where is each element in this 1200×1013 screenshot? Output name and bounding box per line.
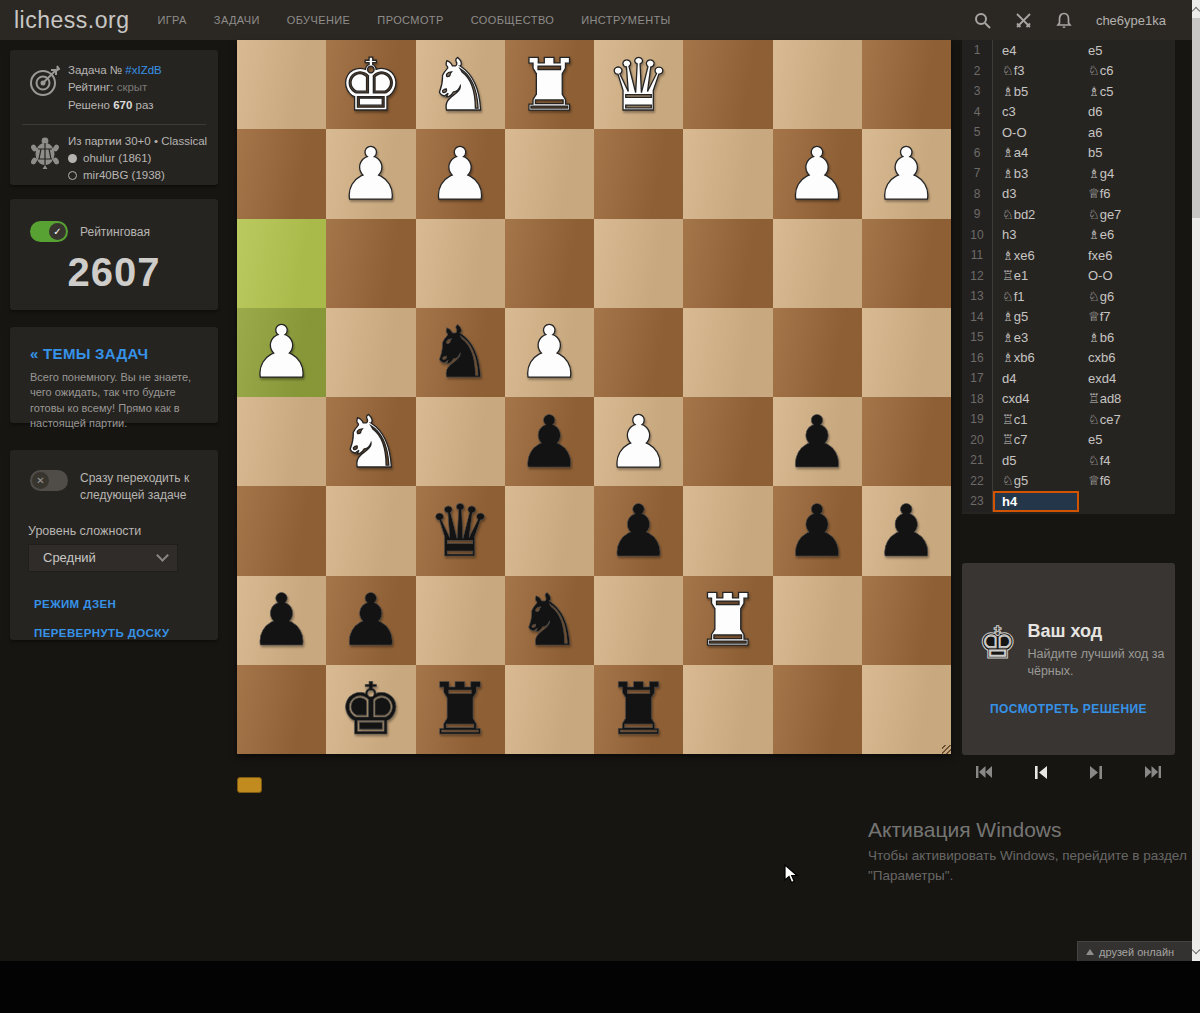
- move-black-3[interactable]: ♗c5: [1079, 81, 1165, 102]
- move-white-8[interactable]: d3: [993, 184, 1079, 205]
- first-move-button[interactable]: [976, 765, 992, 779]
- move-white-15[interactable]: ♗e3: [993, 327, 1079, 348]
- white-pawn[interactable]: ♟: [874, 138, 939, 210]
- black-pawn[interactable]: ♟: [249, 584, 314, 656]
- friends-online-bar[interactable]: друзей онлайн: [1077, 941, 1193, 961]
- puzzle-info-box: Задача № #xIZdB Рейтинг: скрыт Решено 67…: [10, 50, 218, 185]
- nav-item-learn[interactable]: ОБУЧЕНИЕ: [287, 14, 351, 26]
- nav-item-community[interactable]: СООБЩЕСТВО: [471, 14, 555, 26]
- move-row: 2♘f3♘c6: [962, 61, 1175, 82]
- move-white-23[interactable]: h4: [993, 491, 1079, 512]
- black-knight[interactable]: ♞: [428, 316, 493, 388]
- square-d8[interactable]: ♜: [594, 665, 683, 754]
- crossed-swords-icon[interactable]: [1015, 12, 1032, 29]
- move-row: 21d5♘f4: [962, 450, 1175, 471]
- auto-next-toggle[interactable]: ✕: [30, 470, 68, 491]
- move-number: 22: [962, 471, 993, 492]
- black-pawn[interactable]: ♟: [785, 406, 850, 478]
- difficulty-select[interactable]: Средний: [28, 544, 178, 572]
- square-g7[interactable]: ♟: [326, 576, 415, 665]
- square-b2[interactable]: ♟: [773, 129, 862, 218]
- square-f6[interactable]: ♛: [416, 486, 505, 575]
- square-c3[interactable]: [683, 219, 772, 308]
- from-game-label[interactable]: Из партии 30+0 • Classical: [68, 133, 207, 150]
- white-player-name[interactable]: ohulur (1861): [83, 150, 151, 167]
- move-row: 22♘g5♕f6: [962, 471, 1175, 492]
- move-black-17[interactable]: exd4: [1079, 368, 1165, 389]
- move-black-6[interactable]: b5: [1079, 143, 1165, 164]
- move-number: 11: [962, 245, 993, 266]
- white-knight[interactable]: ♞: [428, 49, 493, 121]
- square-h3[interactable]: [237, 219, 326, 308]
- puzzle-rating-label: Рейтинг:: [68, 81, 113, 93]
- move-row: 19♖c1♘ce7: [962, 409, 1175, 430]
- white-pawn[interactable]: ♟: [428, 138, 493, 210]
- move-black-19[interactable]: ♘ce7: [1079, 409, 1165, 430]
- themes-link[interactable]: « ТЕМЫ ЗАДАЧ: [10, 327, 218, 362]
- square-c5[interactable]: [683, 397, 772, 486]
- square-d3[interactable]: [594, 219, 683, 308]
- square-e1[interactable]: ♜: [505, 40, 594, 129]
- scrollbar-up-arrow[interactable]: [1192, 2, 1200, 16]
- puzzle-solved-count: 670: [113, 99, 132, 111]
- username[interactable]: che6ype1ka: [1096, 13, 1166, 28]
- square-h7[interactable]: ♟: [237, 576, 326, 665]
- square-e7[interactable]: ♞: [505, 576, 594, 665]
- square-d4[interactable]: [594, 308, 683, 397]
- board-resize-handle[interactable]: [942, 745, 951, 754]
- move-row: 6♗a4b5: [962, 143, 1175, 164]
- move-white-14[interactable]: ♗g5: [993, 307, 1079, 328]
- settings-box: ✕ Сразу переходить к следующей задаче Ур…: [10, 450, 218, 640]
- square-d7[interactable]: [594, 576, 683, 665]
- puzzle-meta: Задача № #xIZdB Рейтинг: скрыт Решено 67…: [68, 62, 162, 114]
- view-solution-link[interactable]: ПОСМОТРЕТЬ РЕШЕНИЕ: [962, 702, 1175, 716]
- square-a3[interactable]: [862, 219, 951, 308]
- move-number: 3: [962, 81, 993, 102]
- white-queen[interactable]: ♛: [606, 49, 671, 121]
- move-black-23: [1079, 491, 1165, 512]
- search-icon[interactable]: [974, 12, 991, 29]
- square-b7[interactable]: [773, 576, 862, 665]
- square-g4[interactable]: [326, 308, 415, 397]
- square-d1[interactable]: ♛: [594, 40, 683, 129]
- difficulty-value: Средний: [43, 550, 96, 565]
- windows-activation-watermark: Активация Windows Чтобы активировать Win…: [868, 818, 1198, 885]
- white-pawn[interactable]: ♟: [249, 316, 314, 388]
- black-rook[interactable]: ♜: [428, 673, 493, 745]
- black-rook[interactable]: ♜: [606, 673, 671, 745]
- black-pawn[interactable]: ♟: [785, 495, 850, 567]
- square-c2[interactable]: [683, 129, 772, 218]
- square-e8[interactable]: [505, 665, 594, 754]
- move-white-3[interactable]: ♗b5: [993, 81, 1079, 102]
- move-black-7[interactable]: ♗g4: [1079, 163, 1165, 184]
- square-e4[interactable]: ♟: [505, 308, 594, 397]
- square-a8[interactable]: [862, 665, 951, 754]
- rated-toggle[interactable]: ✓: [30, 221, 68, 242]
- square-a1[interactable]: [862, 40, 951, 129]
- lichess-puzzle-page: lichess.org ИГРА ЗАДАЧИ ОБУЧЕНИЕ ПРОСМОТ…: [0, 0, 1200, 1013]
- move-number: 1: [962, 40, 993, 61]
- move-number: 16: [962, 348, 993, 369]
- divider: [22, 124, 206, 125]
- move-white-4[interactable]: c3: [993, 102, 1079, 123]
- square-c6[interactable]: [683, 486, 772, 575]
- square-d2[interactable]: [594, 129, 683, 218]
- square-c4[interactable]: [683, 308, 772, 397]
- move-number: 19: [962, 409, 993, 430]
- move-black-5[interactable]: a6: [1079, 122, 1165, 143]
- move-number: 14: [962, 307, 993, 328]
- black-pawn[interactable]: ♟: [874, 495, 939, 567]
- prev-move-button[interactable]: [1035, 765, 1047, 780]
- chevron-down-icon: [156, 549, 169, 562]
- move-white-7[interactable]: ♗b3: [993, 163, 1079, 184]
- bell-icon[interactable]: [1056, 12, 1072, 29]
- square-e2[interactable]: [505, 129, 594, 218]
- orange-chip[interactable]: [237, 777, 262, 793]
- move-black-16[interactable]: cxb6: [1079, 348, 1165, 369]
- move-white-9[interactable]: ♘bd2: [993, 204, 1079, 225]
- themes-box: « ТЕМЫ ЗАДАЧ Всего понемногу. Вы не знае…: [10, 327, 218, 423]
- rated-label: Рейтинговая: [80, 225, 150, 239]
- move-number: 9: [962, 204, 993, 225]
- move-number: 7: [962, 163, 993, 184]
- black-pawn[interactable]: ♟: [517, 406, 582, 478]
- square-g5[interactable]: ♞: [326, 397, 415, 486]
- square-b5[interactable]: ♟: [773, 397, 862, 486]
- square-f3[interactable]: [416, 219, 505, 308]
- main-nav: ИГРА ЗАДАЧИ ОБУЧЕНИЕ ПРОСМОТР СООБЩЕСТВО…: [157, 14, 670, 26]
- move-black-2[interactable]: ♘c6: [1079, 61, 1165, 82]
- top-right-controls: che6ype1ka: [974, 12, 1166, 29]
- square-f1[interactable]: ♞: [416, 40, 505, 129]
- move-white-16[interactable]: ♗xb6: [993, 348, 1079, 369]
- square-g6[interactable]: [326, 486, 415, 575]
- square-a4[interactable]: [862, 308, 951, 397]
- black-queen[interactable]: ♛: [428, 495, 493, 567]
- square-d5[interactable]: ♟: [594, 397, 683, 486]
- puzzle-target-icon: [22, 62, 68, 114]
- auto-next-label: Сразу переходить к следующей задаче: [80, 470, 206, 504]
- move-white-1[interactable]: e4: [993, 40, 1079, 61]
- move-black-11[interactable]: fxe6: [1079, 245, 1165, 266]
- move-number: 12: [962, 266, 993, 287]
- move-white-6[interactable]: ♗a4: [993, 143, 1079, 164]
- move-row: 3♗b5♗c5: [962, 81, 1175, 102]
- move-number: 17: [962, 368, 993, 389]
- move-row: 20♖c7e5: [962, 430, 1175, 451]
- black-king[interactable]: ♚: [339, 673, 404, 745]
- move-number: 21: [962, 450, 993, 471]
- move-row: 16♗xb6cxb6: [962, 348, 1175, 369]
- move-black-1[interactable]: e5: [1079, 40, 1165, 61]
- watermark-title: Активация Windows: [868, 818, 1198, 842]
- black-king-icon: ♚: [978, 621, 1017, 680]
- friends-online-label: друзей онлайн: [1099, 946, 1174, 958]
- bottom-black-band: [0, 961, 1200, 1013]
- page-scrollbar[interactable]: [1192, 0, 1200, 961]
- move-number: 20: [962, 430, 993, 451]
- square-f5[interactable]: [416, 397, 505, 486]
- puzzle-solved-prefix: Решено: [68, 99, 110, 111]
- move-number: 4: [962, 102, 993, 123]
- move-white-21[interactable]: d5: [993, 450, 1079, 471]
- scrollbar-thumb[interactable]: [1192, 18, 1200, 218]
- square-f4[interactable]: ♞: [416, 308, 505, 397]
- white-pawn[interactable]: ♟: [606, 406, 671, 478]
- white-player-dot: [68, 154, 77, 163]
- move-number: 8: [962, 184, 993, 205]
- move-white-13[interactable]: ♘f1: [993, 286, 1079, 307]
- puzzle-label: Задача №: [68, 64, 122, 76]
- zen-mode-link[interactable]: РЕЖИМ ДЗЕН: [34, 598, 218, 610]
- black-player-name[interactable]: mir40BG (1938): [83, 167, 165, 184]
- nav-item-watch[interactable]: ПРОСМОТР: [377, 14, 443, 26]
- square-e3[interactable]: [505, 219, 594, 308]
- move-black-22[interactable]: ♕f6: [1079, 471, 1165, 492]
- move-white-20[interactable]: ♖c7: [993, 430, 1079, 451]
- square-b8[interactable]: [773, 665, 862, 754]
- mouse-cursor: [784, 864, 799, 889]
- square-f2[interactable]: ♟: [416, 129, 505, 218]
- square-a2[interactable]: ♟: [862, 129, 951, 218]
- move-white-17[interactable]: d4: [993, 368, 1079, 389]
- square-a6[interactable]: ♟: [862, 486, 951, 575]
- move-number: 13: [962, 286, 993, 307]
- watermark-subtitle: Чтобы активировать Windows, перейдите в …: [868, 846, 1198, 885]
- move-number: 15: [962, 327, 993, 348]
- puzzle-id-link[interactable]: #xIZdB: [125, 64, 161, 76]
- move-black-18[interactable]: ♖ad8: [1079, 389, 1165, 410]
- move-black-14[interactable]: ♕f7: [1079, 307, 1165, 328]
- black-pawn[interactable]: ♟: [339, 584, 404, 656]
- lichess-logo[interactable]: lichess.org: [14, 7, 129, 34]
- square-c7[interactable]: ♜: [683, 576, 772, 665]
- toggle-check-icon: ✓: [49, 223, 66, 240]
- next-move-button[interactable]: [1090, 765, 1102, 780]
- game-meta: Из партии 30+0 • Classical ohulur (1861)…: [68, 133, 207, 185]
- move-row: 8d3♕f6: [962, 184, 1175, 205]
- last-move-button[interactable]: [1145, 765, 1161, 779]
- move-number: 6: [962, 143, 993, 164]
- square-h1[interactable]: [237, 40, 326, 129]
- square-g3[interactable]: [326, 219, 415, 308]
- white-rook[interactable]: ♜: [517, 49, 582, 121]
- square-c8[interactable]: [683, 665, 772, 754]
- white-pawn[interactable]: ♟: [517, 316, 582, 388]
- difficulty-label: Уровень сложности: [10, 504, 218, 538]
- toggle-x-icon: ✕: [32, 472, 49, 489]
- move-row: 1e4e5: [962, 40, 1175, 61]
- white-king[interactable]: ♚: [339, 49, 404, 121]
- your-move-subtitle: Найдите лучший ход за чёрных.: [1027, 646, 1167, 680]
- puzzle-rating: 2607: [10, 250, 218, 295]
- white-pawn[interactable]: ♟: [339, 138, 404, 210]
- square-g8[interactable]: ♚: [326, 665, 415, 754]
- move-number: 10: [962, 225, 993, 246]
- square-b6[interactable]: ♟: [773, 486, 862, 575]
- black-pawn[interactable]: ♟: [606, 495, 671, 567]
- triangle-up-icon: [1086, 949, 1094, 955]
- move-white-18[interactable]: cxd4: [993, 389, 1079, 410]
- move-white-12[interactable]: ♖e1: [993, 266, 1079, 287]
- move-row: 7♗b3♗g4: [962, 163, 1175, 184]
- square-a5[interactable]: [862, 397, 951, 486]
- square-e5[interactable]: ♟: [505, 397, 594, 486]
- square-h8[interactable]: [237, 665, 326, 754]
- puzzle-rating-value: скрыт: [117, 81, 148, 93]
- your-move-box: ♚ Ваш ход Найдите лучший ход за чёрных. …: [962, 563, 1175, 755]
- square-d6[interactable]: ♟: [594, 486, 683, 575]
- move-row: 13♘f1♘g6: [962, 286, 1175, 307]
- square-f7[interactable]: [416, 576, 505, 665]
- move-row: 14♗g5♕f7: [962, 307, 1175, 328]
- move-white-19[interactable]: ♖c1: [993, 409, 1079, 430]
- move-black-4[interactable]: d6: [1079, 102, 1165, 123]
- square-h2[interactable]: [237, 129, 326, 218]
- rating-box: ✓ Рейтинговая 2607: [10, 199, 218, 310]
- nav-item-play[interactable]: ИГРА: [157, 14, 186, 26]
- move-row: 12♖e1O-O: [962, 266, 1175, 287]
- move-white-22[interactable]: ♘g5: [993, 471, 1079, 492]
- square-b4[interactable]: [773, 308, 862, 397]
- move-white-11[interactable]: ♗xe6: [993, 245, 1079, 266]
- move-row: 23h4: [962, 491, 1175, 512]
- square-e6[interactable]: [505, 486, 594, 575]
- square-g2[interactable]: ♟: [326, 129, 415, 218]
- your-move-title: Ваш ход: [1027, 621, 1167, 642]
- move-number: 2: [962, 61, 993, 82]
- nav-item-tools[interactable]: ИНСТРУМЕНТЫ: [581, 14, 671, 26]
- move-number: 5: [962, 122, 993, 143]
- white-rook[interactable]: ♜: [696, 584, 761, 656]
- square-b1[interactable]: [773, 40, 862, 129]
- turtle-speed-icon: [22, 133, 68, 185]
- move-navigation: [962, 758, 1175, 786]
- top-bar: lichess.org ИГРА ЗАДАЧИ ОБУЧЕНИЕ ПРОСМОТ…: [0, 0, 1200, 40]
- white-knight[interactable]: ♞: [339, 406, 404, 478]
- move-black-10[interactable]: ♗e6: [1079, 225, 1165, 246]
- flip-board-link[interactable]: ПЕРЕВЕРНУТЬ ДОСКУ: [34, 627, 218, 639]
- move-number: 18: [962, 389, 993, 410]
- moves-list: 1e4e52♘f3♘c63♗b5♗c54c3d65O-Oa66♗a4b57♗b3…: [962, 40, 1175, 514]
- square-c1[interactable]: [683, 40, 772, 129]
- square-h6[interactable]: [237, 486, 326, 575]
- scrollbar-down-arrow[interactable]: [1192, 944, 1200, 958]
- move-black-12[interactable]: O-O: [1079, 266, 1165, 287]
- move-black-13[interactable]: ♘g6: [1079, 286, 1165, 307]
- nav-item-puzzles[interactable]: ЗАДАЧИ: [214, 14, 260, 26]
- move-row: 4c3d6: [962, 102, 1175, 123]
- square-g1[interactable]: ♚: [326, 40, 415, 129]
- square-a7[interactable]: [862, 576, 951, 665]
- black-knight[interactable]: ♞: [517, 584, 582, 656]
- square-f8[interactable]: ♜: [416, 665, 505, 754]
- move-row: 17d4exd4: [962, 368, 1175, 389]
- move-row: 10h3♗e6: [962, 225, 1175, 246]
- move-black-20[interactable]: e5: [1079, 430, 1165, 451]
- move-white-10[interactable]: h3: [993, 225, 1079, 246]
- move-white-5[interactable]: O-O: [993, 122, 1079, 143]
- move-row: 15♗e3♗b6: [962, 327, 1175, 348]
- chess-board[interactable]: ♚♞♜♛♟♟♟♟♟♞♟♞♟♟♟♛♟♟♟♟♟♞♜♚♜♜: [237, 40, 951, 754]
- move-black-9[interactable]: ♘ge7: [1079, 204, 1165, 225]
- move-black-21[interactable]: ♘f4: [1079, 450, 1165, 471]
- move-row: 5O-Oa6: [962, 122, 1175, 143]
- square-h4[interactable]: ♟: [237, 308, 326, 397]
- square-b3[interactable]: [773, 219, 862, 308]
- white-pawn[interactable]: ♟: [785, 138, 850, 210]
- move-row: 9♘bd2♘ge7: [962, 204, 1175, 225]
- move-black-8[interactable]: ♕f6: [1079, 184, 1165, 205]
- black-player-dot: [68, 171, 77, 180]
- move-black-15[interactable]: ♗b6: [1079, 327, 1165, 348]
- move-row: 11♗xe6fxe6: [962, 245, 1175, 266]
- move-white-2[interactable]: ♘f3: [993, 61, 1079, 82]
- move-number: 23: [962, 491, 993, 512]
- themes-description: Всего понемногу. Вы не знаете, чего ожид…: [10, 362, 218, 432]
- move-row: 18cxd4♖ad8: [962, 389, 1175, 410]
- square-h5[interactable]: [237, 397, 326, 486]
- puzzle-solved-suffix: раз: [136, 99, 154, 111]
